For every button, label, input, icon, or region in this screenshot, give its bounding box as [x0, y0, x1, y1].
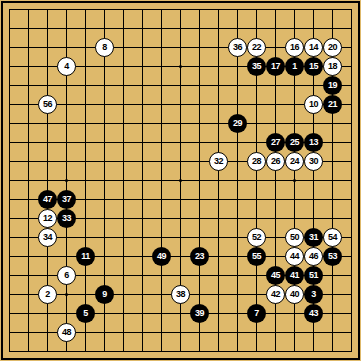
- intersection-15-6[interactable]: [285, 114, 304, 133]
- intersection-9-14[interactable]: [171, 266, 190, 285]
- intersection-10-17[interactable]: [190, 323, 209, 342]
- intersection-13-18[interactable]: [247, 342, 266, 361]
- intersection-5-0[interactable]: [95, 0, 114, 19]
- intersection-16-1[interactable]: [304, 19, 323, 38]
- intersection-15-11[interactable]: [285, 209, 304, 228]
- intersection-6-17[interactable]: [114, 323, 133, 342]
- intersection-17-14[interactable]: [323, 266, 342, 285]
- intersection-4-1[interactable]: [76, 19, 95, 38]
- intersection-8-13[interactable]: 49: [152, 247, 171, 266]
- intersection-10-11[interactable]: [190, 209, 209, 228]
- intersection-9-6[interactable]: [171, 114, 190, 133]
- intersection-5-4[interactable]: [95, 76, 114, 95]
- intersection-17-16[interactable]: [323, 304, 342, 323]
- intersection-1-17[interactable]: [19, 323, 38, 342]
- intersection-3-12[interactable]: [57, 228, 76, 247]
- intersection-12-5[interactable]: [228, 95, 247, 114]
- intersection-2-9[interactable]: [38, 171, 57, 190]
- intersection-1-16[interactable]: [19, 304, 38, 323]
- intersection-18-17[interactable]: [342, 323, 361, 342]
- intersection-7-15[interactable]: [133, 285, 152, 304]
- intersection-12-14[interactable]: [228, 266, 247, 285]
- intersection-8-7[interactable]: [152, 133, 171, 152]
- intersection-18-8[interactable]: [342, 152, 361, 171]
- intersection-15-5[interactable]: [285, 95, 304, 114]
- intersection-0-13[interactable]: [0, 247, 19, 266]
- intersection-5-18[interactable]: [95, 342, 114, 361]
- intersection-13-1[interactable]: [247, 19, 266, 38]
- intersection-11-10[interactable]: [209, 190, 228, 209]
- intersection-15-3[interactable]: 1: [285, 57, 304, 76]
- intersection-0-10[interactable]: [0, 190, 19, 209]
- intersection-4-5[interactable]: [76, 95, 95, 114]
- intersection-6-13[interactable]: [114, 247, 133, 266]
- intersection-15-4[interactable]: [285, 76, 304, 95]
- intersection-12-13[interactable]: [228, 247, 247, 266]
- intersection-5-17[interactable]: [95, 323, 114, 342]
- intersection-12-10[interactable]: [228, 190, 247, 209]
- intersection-6-11[interactable]: [114, 209, 133, 228]
- intersection-15-10[interactable]: [285, 190, 304, 209]
- intersection-2-13[interactable]: [38, 247, 57, 266]
- intersection-12-18[interactable]: [228, 342, 247, 361]
- intersection-8-2[interactable]: [152, 38, 171, 57]
- intersection-9-1[interactable]: [171, 19, 190, 38]
- intersection-14-2[interactable]: [266, 38, 285, 57]
- intersection-15-0[interactable]: [285, 0, 304, 19]
- intersection-14-9[interactable]: [266, 171, 285, 190]
- intersection-12-17[interactable]: [228, 323, 247, 342]
- intersection-1-5[interactable]: [19, 95, 38, 114]
- intersection-5-16[interactable]: [95, 304, 114, 323]
- intersection-6-1[interactable]: [114, 19, 133, 38]
- intersection-8-14[interactable]: [152, 266, 171, 285]
- intersection-0-2[interactable]: [0, 38, 19, 57]
- intersection-14-3[interactable]: 17: [266, 57, 285, 76]
- intersection-8-12[interactable]: [152, 228, 171, 247]
- intersection-1-1[interactable]: [19, 19, 38, 38]
- intersection-3-10[interactable]: 37: [57, 190, 76, 209]
- intersection-4-18[interactable]: [76, 342, 95, 361]
- intersection-6-16[interactable]: [114, 304, 133, 323]
- intersection-14-1[interactable]: [266, 19, 285, 38]
- intersection-3-14[interactable]: 6: [57, 266, 76, 285]
- intersection-7-11[interactable]: [133, 209, 152, 228]
- intersection-9-11[interactable]: [171, 209, 190, 228]
- intersection-10-14[interactable]: [190, 266, 209, 285]
- intersection-17-18[interactable]: [323, 342, 342, 361]
- intersection-11-6[interactable]: [209, 114, 228, 133]
- intersection-18-16[interactable]: [342, 304, 361, 323]
- intersection-7-16[interactable]: [133, 304, 152, 323]
- intersection-13-5[interactable]: [247, 95, 266, 114]
- intersection-7-1[interactable]: [133, 19, 152, 38]
- intersection-3-4[interactable]: [57, 76, 76, 95]
- intersection-8-1[interactable]: [152, 19, 171, 38]
- intersection-6-0[interactable]: [114, 0, 133, 19]
- intersection-9-0[interactable]: [171, 0, 190, 19]
- intersection-11-4[interactable]: [209, 76, 228, 95]
- intersection-10-9[interactable]: [190, 171, 209, 190]
- intersection-5-12[interactable]: [95, 228, 114, 247]
- intersection-14-11[interactable]: [266, 209, 285, 228]
- intersection-10-5[interactable]: [190, 95, 209, 114]
- intersection-9-16[interactable]: [171, 304, 190, 323]
- intersection-7-17[interactable]: [133, 323, 152, 342]
- intersection-9-2[interactable]: [171, 38, 190, 57]
- intersection-5-3[interactable]: [95, 57, 114, 76]
- intersection-8-4[interactable]: [152, 76, 171, 95]
- intersection-13-3[interactable]: 35: [247, 57, 266, 76]
- intersection-3-11[interactable]: 33: [57, 209, 76, 228]
- intersection-13-2[interactable]: 22: [247, 38, 266, 57]
- intersection-0-5[interactable]: [0, 95, 19, 114]
- intersection-9-5[interactable]: [171, 95, 190, 114]
- intersection-8-5[interactable]: [152, 95, 171, 114]
- intersection-5-7[interactable]: [95, 133, 114, 152]
- intersection-3-3[interactable]: 4: [57, 57, 76, 76]
- intersection-2-16[interactable]: [38, 304, 57, 323]
- intersection-3-18[interactable]: [57, 342, 76, 361]
- intersection-4-0[interactable]: [76, 0, 95, 19]
- intersection-12-0[interactable]: [228, 0, 247, 19]
- intersection-12-1[interactable]: [228, 19, 247, 38]
- intersection-13-17[interactable]: [247, 323, 266, 342]
- intersection-0-4[interactable]: [0, 76, 19, 95]
- intersection-4-6[interactable]: [76, 114, 95, 133]
- intersection-11-15[interactable]: [209, 285, 228, 304]
- intersection-8-10[interactable]: [152, 190, 171, 209]
- intersection-8-0[interactable]: [152, 0, 171, 19]
- intersection-18-13[interactable]: [342, 247, 361, 266]
- intersection-11-3[interactable]: [209, 57, 228, 76]
- intersection-3-0[interactable]: [57, 0, 76, 19]
- intersection-11-12[interactable]: [209, 228, 228, 247]
- intersection-14-10[interactable]: [266, 190, 285, 209]
- intersection-1-10[interactable]: [19, 190, 38, 209]
- intersection-4-16[interactable]: 5: [76, 304, 95, 323]
- intersection-10-2[interactable]: [190, 38, 209, 57]
- intersection-11-18[interactable]: [209, 342, 228, 361]
- intersection-13-15[interactable]: [247, 285, 266, 304]
- intersection-2-2[interactable]: [38, 38, 57, 57]
- intersection-2-8[interactable]: [38, 152, 57, 171]
- intersection-6-10[interactable]: [114, 190, 133, 209]
- intersection-3-1[interactable]: [57, 19, 76, 38]
- intersection-10-15[interactable]: [190, 285, 209, 304]
- intersection-15-1[interactable]: [285, 19, 304, 38]
- intersection-7-4[interactable]: [133, 76, 152, 95]
- intersection-1-8[interactable]: [19, 152, 38, 171]
- intersection-1-6[interactable]: [19, 114, 38, 133]
- intersection-16-8[interactable]: 30: [304, 152, 323, 171]
- intersection-3-16[interactable]: [57, 304, 76, 323]
- intersection-13-13[interactable]: 55: [247, 247, 266, 266]
- intersection-3-17[interactable]: 48: [57, 323, 76, 342]
- intersection-0-17[interactable]: [0, 323, 19, 342]
- intersection-2-0[interactable]: [38, 0, 57, 19]
- intersection-2-17[interactable]: [38, 323, 57, 342]
- intersection-0-14[interactable]: [0, 266, 19, 285]
- intersection-1-12[interactable]: [19, 228, 38, 247]
- intersection-15-2[interactable]: 16: [285, 38, 304, 57]
- intersection-3-8[interactable]: [57, 152, 76, 171]
- intersection-1-4[interactable]: [19, 76, 38, 95]
- intersection-4-2[interactable]: [76, 38, 95, 57]
- intersection-0-3[interactable]: [0, 57, 19, 76]
- intersection-12-11[interactable]: [228, 209, 247, 228]
- intersection-6-4[interactable]: [114, 76, 133, 95]
- intersection-11-5[interactable]: [209, 95, 228, 114]
- intersection-18-2[interactable]: [342, 38, 361, 57]
- intersection-0-0[interactable]: [0, 0, 19, 19]
- intersection-7-6[interactable]: [133, 114, 152, 133]
- intersection-14-14[interactable]: 45: [266, 266, 285, 285]
- intersection-5-10[interactable]: [95, 190, 114, 209]
- intersection-14-15[interactable]: 42: [266, 285, 285, 304]
- intersection-12-8[interactable]: [228, 152, 247, 171]
- intersection-6-8[interactable]: [114, 152, 133, 171]
- intersection-3-2[interactable]: [57, 38, 76, 57]
- intersection-9-13[interactable]: [171, 247, 190, 266]
- intersection-4-10[interactable]: [76, 190, 95, 209]
- intersection-10-8[interactable]: [190, 152, 209, 171]
- intersection-7-7[interactable]: [133, 133, 152, 152]
- intersection-16-10[interactable]: [304, 190, 323, 209]
- intersection-6-14[interactable]: [114, 266, 133, 285]
- intersection-16-4[interactable]: [304, 76, 323, 95]
- intersection-5-13[interactable]: [95, 247, 114, 266]
- intersection-15-15[interactable]: 40: [285, 285, 304, 304]
- intersection-18-9[interactable]: [342, 171, 361, 190]
- intersection-0-16[interactable]: [0, 304, 19, 323]
- intersection-0-9[interactable]: [0, 171, 19, 190]
- intersection-10-18[interactable]: [190, 342, 209, 361]
- intersection-7-8[interactable]: [133, 152, 152, 171]
- intersection-1-18[interactable]: [19, 342, 38, 361]
- intersection-6-12[interactable]: [114, 228, 133, 247]
- intersection-11-13[interactable]: [209, 247, 228, 266]
- intersection-15-13[interactable]: 44: [285, 247, 304, 266]
- intersection-15-18[interactable]: [285, 342, 304, 361]
- intersection-18-6[interactable]: [342, 114, 361, 133]
- intersection-13-8[interactable]: 28: [247, 152, 266, 171]
- intersection-14-6[interactable]: [266, 114, 285, 133]
- intersection-0-1[interactable]: [0, 19, 19, 38]
- intersection-10-4[interactable]: [190, 76, 209, 95]
- intersection-9-8[interactable]: [171, 152, 190, 171]
- intersection-16-14[interactable]: 51: [304, 266, 323, 285]
- intersection-2-14[interactable]: [38, 266, 57, 285]
- intersection-3-7[interactable]: [57, 133, 76, 152]
- intersection-1-11[interactable]: [19, 209, 38, 228]
- intersection-0-15[interactable]: [0, 285, 19, 304]
- intersection-11-16[interactable]: [209, 304, 228, 323]
- intersection-16-3[interactable]: 15: [304, 57, 323, 76]
- intersection-8-6[interactable]: [152, 114, 171, 133]
- intersection-11-2[interactable]: [209, 38, 228, 57]
- intersection-14-17[interactable]: [266, 323, 285, 342]
- intersection-8-18[interactable]: [152, 342, 171, 361]
- intersection-16-5[interactable]: 10: [304, 95, 323, 114]
- intersection-1-13[interactable]: [19, 247, 38, 266]
- intersection-17-12[interactable]: 54: [323, 228, 342, 247]
- intersection-5-11[interactable]: [95, 209, 114, 228]
- intersection-5-1[interactable]: [95, 19, 114, 38]
- intersection-1-0[interactable]: [19, 0, 38, 19]
- intersection-16-0[interactable]: [304, 0, 323, 19]
- intersection-1-9[interactable]: [19, 171, 38, 190]
- intersection-8-17[interactable]: [152, 323, 171, 342]
- intersection-10-12[interactable]: [190, 228, 209, 247]
- intersection-16-2[interactable]: 14: [304, 38, 323, 57]
- intersection-1-15[interactable]: [19, 285, 38, 304]
- intersection-16-11[interactable]: [304, 209, 323, 228]
- intersection-15-16[interactable]: [285, 304, 304, 323]
- intersection-7-5[interactable]: [133, 95, 152, 114]
- intersection-5-5[interactable]: [95, 95, 114, 114]
- intersection-2-6[interactable]: [38, 114, 57, 133]
- intersection-14-7[interactable]: 27: [266, 133, 285, 152]
- intersection-17-8[interactable]: [323, 152, 342, 171]
- intersection-14-0[interactable]: [266, 0, 285, 19]
- intersection-2-3[interactable]: [38, 57, 57, 76]
- intersection-11-1[interactable]: [209, 19, 228, 38]
- intersection-4-12[interactable]: [76, 228, 95, 247]
- intersection-4-4[interactable]: [76, 76, 95, 95]
- intersection-7-2[interactable]: [133, 38, 152, 57]
- intersection-1-3[interactable]: [19, 57, 38, 76]
- intersection-4-9[interactable]: [76, 171, 95, 190]
- intersection-12-4[interactable]: [228, 76, 247, 95]
- intersection-6-2[interactable]: [114, 38, 133, 57]
- intersection-17-6[interactable]: [323, 114, 342, 133]
- intersection-15-17[interactable]: [285, 323, 304, 342]
- intersection-2-15[interactable]: 2: [38, 285, 57, 304]
- intersection-12-9[interactable]: [228, 171, 247, 190]
- intersection-11-14[interactable]: [209, 266, 228, 285]
- intersection-0-11[interactable]: [0, 209, 19, 228]
- intersection-9-7[interactable]: [171, 133, 190, 152]
- intersection-2-18[interactable]: [38, 342, 57, 361]
- intersection-16-7[interactable]: 13: [304, 133, 323, 152]
- intersection-5-6[interactable]: [95, 114, 114, 133]
- intersection-16-17[interactable]: [304, 323, 323, 342]
- intersection-8-11[interactable]: [152, 209, 171, 228]
- intersection-16-9[interactable]: [304, 171, 323, 190]
- intersection-3-5[interactable]: [57, 95, 76, 114]
- intersection-7-10[interactable]: [133, 190, 152, 209]
- intersection-17-3[interactable]: 18: [323, 57, 342, 76]
- intersection-10-1[interactable]: [190, 19, 209, 38]
- intersection-6-18[interactable]: [114, 342, 133, 361]
- intersection-10-6[interactable]: [190, 114, 209, 133]
- intersection-14-16[interactable]: [266, 304, 285, 323]
- intersection-2-7[interactable]: [38, 133, 57, 152]
- intersection-5-2[interactable]: 8: [95, 38, 114, 57]
- intersection-9-12[interactable]: [171, 228, 190, 247]
- intersection-6-5[interactable]: [114, 95, 133, 114]
- intersection-2-12[interactable]: 34: [38, 228, 57, 247]
- intersection-12-15[interactable]: [228, 285, 247, 304]
- intersection-1-7[interactable]: [19, 133, 38, 152]
- intersection-6-6[interactable]: [114, 114, 133, 133]
- intersection-14-18[interactable]: [266, 342, 285, 361]
- intersection-18-18[interactable]: [342, 342, 361, 361]
- intersection-7-13[interactable]: [133, 247, 152, 266]
- intersection-11-17[interactable]: [209, 323, 228, 342]
- intersection-18-1[interactable]: [342, 19, 361, 38]
- intersection-16-12[interactable]: 31: [304, 228, 323, 247]
- intersection-9-4[interactable]: [171, 76, 190, 95]
- intersection-13-16[interactable]: 7: [247, 304, 266, 323]
- intersection-14-13[interactable]: [266, 247, 285, 266]
- intersection-4-7[interactable]: [76, 133, 95, 152]
- intersection-13-4[interactable]: [247, 76, 266, 95]
- intersection-0-18[interactable]: [0, 342, 19, 361]
- intersection-5-8[interactable]: [95, 152, 114, 171]
- intersection-13-0[interactable]: [247, 0, 266, 19]
- intersection-15-7[interactable]: 25: [285, 133, 304, 152]
- intersection-17-1[interactable]: [323, 19, 342, 38]
- intersection-11-9[interactable]: [209, 171, 228, 190]
- intersection-10-0[interactable]: [190, 0, 209, 19]
- intersection-4-15[interactable]: [76, 285, 95, 304]
- intersection-7-0[interactable]: [133, 0, 152, 19]
- intersection-7-12[interactable]: [133, 228, 152, 247]
- intersection-16-15[interactable]: 3: [304, 285, 323, 304]
- intersection-4-8[interactable]: [76, 152, 95, 171]
- intersection-6-9[interactable]: [114, 171, 133, 190]
- intersection-12-6[interactable]: 29: [228, 114, 247, 133]
- intersection-18-3[interactable]: [342, 57, 361, 76]
- intersection-10-16[interactable]: 39: [190, 304, 209, 323]
- intersection-18-5[interactable]: [342, 95, 361, 114]
- intersection-15-12[interactable]: 50: [285, 228, 304, 247]
- intersection-17-13[interactable]: 53: [323, 247, 342, 266]
- intersection-14-5[interactable]: [266, 95, 285, 114]
- intersection-3-13[interactable]: [57, 247, 76, 266]
- intersection-11-0[interactable]: [209, 0, 228, 19]
- intersection-16-16[interactable]: 43: [304, 304, 323, 323]
- intersection-13-14[interactable]: [247, 266, 266, 285]
- intersection-16-18[interactable]: [304, 342, 323, 361]
- intersection-6-7[interactable]: [114, 133, 133, 152]
- intersection-2-1[interactable]: [38, 19, 57, 38]
- intersection-12-12[interactable]: [228, 228, 247, 247]
- intersection-18-14[interactable]: [342, 266, 361, 285]
- intersection-2-11[interactable]: 12: [38, 209, 57, 228]
- intersection-9-17[interactable]: [171, 323, 190, 342]
- intersection-4-14[interactable]: [76, 266, 95, 285]
- intersection-0-6[interactable]: [0, 114, 19, 133]
- intersection-12-7[interactable]: [228, 133, 247, 152]
- intersection-9-3[interactable]: [171, 57, 190, 76]
- intersection-16-6[interactable]: [304, 114, 323, 133]
- intersection-12-2[interactable]: 36: [228, 38, 247, 57]
- intersection-16-13[interactable]: 46: [304, 247, 323, 266]
- intersection-17-9[interactable]: [323, 171, 342, 190]
- intersection-2-4[interactable]: [38, 76, 57, 95]
- intersection-8-9[interactable]: [152, 171, 171, 190]
- intersection-14-12[interactable]: [266, 228, 285, 247]
- intersection-18-10[interactable]: [342, 190, 361, 209]
- intersection-8-8[interactable]: [152, 152, 171, 171]
- intersection-14-8[interactable]: 26: [266, 152, 285, 171]
- intersection-17-17[interactable]: [323, 323, 342, 342]
- intersection-7-18[interactable]: [133, 342, 152, 361]
- intersection-18-12[interactable]: [342, 228, 361, 247]
